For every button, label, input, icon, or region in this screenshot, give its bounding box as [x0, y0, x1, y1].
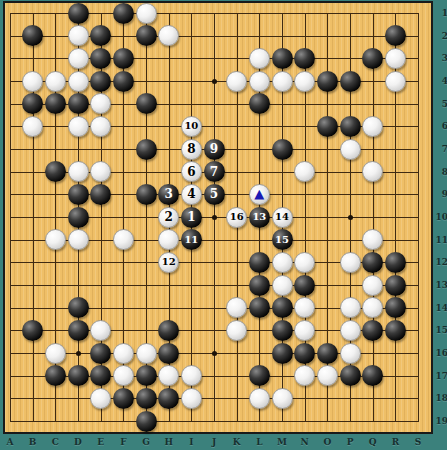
- black-stone[interactable]: [249, 365, 270, 386]
- black-stone[interactable]: [113, 71, 134, 92]
- white-stone[interactable]: [249, 48, 270, 69]
- column-label: L: [249, 437, 269, 447]
- black-stone[interactable]: [272, 297, 293, 318]
- white-stone[interactable]: [226, 297, 247, 318]
- white-stone[interactable]: [158, 229, 179, 250]
- row-label: 11: [432, 235, 447, 245]
- black-stone[interactable]: [385, 252, 406, 273]
- black-stone[interactable]: [362, 48, 383, 69]
- white-stone[interactable]: [226, 71, 247, 92]
- column-label: M: [272, 437, 292, 447]
- white-stone[interactable]: [294, 71, 315, 92]
- white-stone[interactable]: 6: [181, 161, 202, 182]
- white-stone[interactable]: [136, 3, 157, 24]
- row-label: 10: [432, 212, 447, 222]
- white-stone[interactable]: [340, 297, 361, 318]
- white-stone[interactable]: [113, 343, 134, 364]
- black-stone[interactable]: 11: [181, 229, 202, 250]
- black-stone[interactable]: [113, 3, 134, 24]
- move-number-label: 5: [210, 188, 218, 200]
- row-label: 6: [432, 121, 447, 131]
- column-label: F: [113, 437, 133, 447]
- white-stone[interactable]: [362, 275, 383, 296]
- white-stone[interactable]: [272, 71, 293, 92]
- black-stone[interactable]: 15: [272, 229, 293, 250]
- white-stone[interactable]: 8: [181, 139, 202, 160]
- white-stone[interactable]: [90, 116, 111, 137]
- row-label: 7: [432, 144, 447, 154]
- white-stone[interactable]: [317, 365, 338, 386]
- move-number-label: 15: [275, 235, 289, 245]
- black-stone[interactable]: [90, 365, 111, 386]
- black-stone[interactable]: [68, 297, 89, 318]
- white-stone[interactable]: [340, 252, 361, 273]
- black-stone[interactable]: [136, 411, 157, 432]
- white-stone[interactable]: [68, 48, 89, 69]
- white-stone[interactable]: [68, 161, 89, 182]
- white-stone[interactable]: [68, 116, 89, 137]
- black-stone[interactable]: 1: [181, 207, 202, 228]
- row-label: 16: [432, 348, 447, 358]
- white-stone[interactable]: [181, 388, 202, 409]
- black-stone[interactable]: [294, 343, 315, 364]
- black-stone[interactable]: [249, 275, 270, 296]
- move-number-label: 6: [187, 166, 195, 178]
- black-stone[interactable]: [272, 320, 293, 341]
- black-stone[interactable]: [249, 252, 270, 273]
- grid-line: [10, 13, 11, 422]
- black-stone[interactable]: [68, 365, 89, 386]
- star-point: [212, 79, 217, 84]
- row-label: 14: [432, 303, 447, 313]
- row-label: 1: [432, 8, 447, 18]
- black-stone[interactable]: [362, 252, 383, 273]
- star-point: [348, 215, 353, 220]
- black-stone[interactable]: 3: [158, 184, 179, 205]
- white-stone[interactable]: [90, 93, 111, 114]
- black-stone[interactable]: [272, 139, 293, 160]
- move-number-label: 4: [187, 188, 195, 200]
- black-stone[interactable]: [113, 48, 134, 69]
- white-stone[interactable]: 4: [181, 184, 202, 205]
- black-stone[interactable]: [22, 320, 43, 341]
- black-stone[interactable]: [294, 48, 315, 69]
- star-point: [212, 351, 217, 356]
- black-stone[interactable]: [385, 275, 406, 296]
- row-label: 2: [432, 31, 447, 41]
- white-stone[interactable]: 14: [272, 207, 293, 228]
- black-stone[interactable]: [385, 25, 406, 46]
- white-stone[interactable]: [68, 229, 89, 250]
- white-stone[interactable]: [113, 365, 134, 386]
- column-label: C: [45, 437, 65, 447]
- white-stone[interactable]: [385, 71, 406, 92]
- white-stone[interactable]: 10: [181, 116, 202, 137]
- move-number-label: 14: [275, 212, 289, 222]
- white-stone[interactable]: [158, 25, 179, 46]
- grid-line: [373, 13, 374, 422]
- column-label: G: [136, 437, 156, 447]
- black-stone[interactable]: [136, 388, 157, 409]
- move-number-label: 10: [184, 121, 198, 131]
- white-stone[interactable]: [90, 161, 111, 182]
- black-stone[interactable]: 7: [204, 161, 225, 182]
- column-label: J: [204, 437, 224, 447]
- white-stone[interactable]: [45, 229, 66, 250]
- white-stone[interactable]: [249, 71, 270, 92]
- column-label: S: [408, 437, 428, 447]
- column-label: P: [340, 437, 360, 447]
- row-label: 18: [432, 393, 447, 403]
- row-label: 8: [432, 167, 447, 177]
- white-stone[interactable]: [340, 320, 361, 341]
- white-stone[interactable]: [294, 320, 315, 341]
- black-stone[interactable]: [317, 343, 338, 364]
- black-stone[interactable]: [249, 93, 270, 114]
- row-label: 12: [432, 257, 447, 267]
- white-stone[interactable]: [68, 25, 89, 46]
- go-diagram: 108967345▲21161314111512 ABCDEFGHIJKLMNO…: [0, 0, 447, 450]
- black-stone[interactable]: [158, 388, 179, 409]
- column-label: R: [385, 437, 405, 447]
- black-stone[interactable]: [90, 48, 111, 69]
- black-stone[interactable]: 13: [249, 207, 270, 228]
- white-stone[interactable]: [294, 365, 315, 386]
- column-label: O: [317, 437, 337, 447]
- white-stone[interactable]: [22, 71, 43, 92]
- go-board[interactable]: 108967345▲21161314111512: [3, 1, 433, 434]
- black-stone[interactable]: [68, 93, 89, 114]
- white-stone[interactable]: [362, 297, 383, 318]
- triangle-mark-icon: ▲: [254, 187, 264, 200]
- white-stone[interactable]: [249, 388, 270, 409]
- white-stone[interactable]: [362, 116, 383, 137]
- white-stone[interactable]: [113, 229, 134, 250]
- move-number-label: 9: [210, 143, 218, 155]
- white-stone[interactable]: [90, 388, 111, 409]
- black-stone[interactable]: [272, 343, 293, 364]
- black-stone[interactable]: [68, 184, 89, 205]
- column-label: K: [227, 437, 247, 447]
- white-stone[interactable]: [294, 297, 315, 318]
- white-stone[interactable]: [340, 343, 361, 364]
- black-stone[interactable]: [68, 3, 89, 24]
- column-label: E: [91, 437, 111, 447]
- row-label: 3: [432, 53, 447, 63]
- white-stone[interactable]: [294, 252, 315, 273]
- move-number-label: 12: [162, 257, 176, 267]
- column-label: Q: [363, 437, 383, 447]
- black-stone[interactable]: [136, 25, 157, 46]
- move-number-label: 11: [184, 235, 198, 245]
- black-stone[interactable]: [90, 184, 111, 205]
- white-stone[interactable]: [385, 48, 406, 69]
- black-stone[interactable]: [136, 93, 157, 114]
- white-stone[interactable]: [181, 365, 202, 386]
- black-stone[interactable]: [113, 388, 134, 409]
- column-label: A: [0, 437, 20, 447]
- white-stone[interactable]: [294, 161, 315, 182]
- black-stone[interactable]: [158, 343, 179, 364]
- white-stone[interactable]: 12: [158, 252, 179, 273]
- black-stone[interactable]: [294, 275, 315, 296]
- white-stone[interactable]: [45, 71, 66, 92]
- black-stone[interactable]: [385, 320, 406, 341]
- row-label: 19: [432, 416, 447, 426]
- column-label: B: [23, 437, 43, 447]
- white-stone[interactable]: 16: [226, 207, 247, 228]
- black-stone[interactable]: [340, 71, 361, 92]
- black-stone[interactable]: [45, 365, 66, 386]
- white-stone[interactable]: [272, 275, 293, 296]
- row-label: 13: [432, 280, 447, 290]
- black-stone[interactable]: [362, 320, 383, 341]
- black-stone[interactable]: [90, 25, 111, 46]
- row-label: 15: [432, 325, 447, 335]
- black-stone[interactable]: [158, 320, 179, 341]
- white-stone[interactable]: [362, 161, 383, 182]
- black-stone[interactable]: [362, 365, 383, 386]
- black-stone[interactable]: [136, 365, 157, 386]
- black-stone[interactable]: 9: [204, 139, 225, 160]
- row-label: 9: [432, 189, 447, 199]
- column-label: N: [295, 437, 315, 447]
- black-stone[interactable]: [45, 161, 66, 182]
- black-stone[interactable]: 5: [204, 184, 225, 205]
- white-stone[interactable]: [272, 252, 293, 273]
- column-label: H: [159, 437, 179, 447]
- white-stone[interactable]: [340, 139, 361, 160]
- black-stone[interactable]: [317, 116, 338, 137]
- black-stone[interactable]: [249, 297, 270, 318]
- white-stone[interactable]: [272, 388, 293, 409]
- move-number-label: 1: [187, 211, 195, 223]
- star-point: [212, 215, 217, 220]
- white-stone[interactable]: [362, 229, 383, 250]
- white-stone[interactable]: [90, 320, 111, 341]
- grid-line: [418, 13, 419, 422]
- black-stone[interactable]: [340, 116, 361, 137]
- black-stone[interactable]: [90, 343, 111, 364]
- black-stone[interactable]: [385, 297, 406, 318]
- black-stone[interactable]: [272, 48, 293, 69]
- star-point: [76, 351, 81, 356]
- white-stone[interactable]: [158, 365, 179, 386]
- column-label: D: [68, 437, 88, 447]
- black-stone[interactable]: [68, 320, 89, 341]
- black-stone[interactable]: [340, 365, 361, 386]
- move-number-label: 8: [187, 143, 195, 155]
- white-stone[interactable]: [226, 320, 247, 341]
- black-stone[interactable]: [136, 184, 157, 205]
- white-stone[interactable]: [136, 343, 157, 364]
- move-number-label: 13: [252, 212, 266, 222]
- move-number-label: 3: [165, 188, 173, 200]
- black-stone[interactable]: [22, 93, 43, 114]
- white-stone[interactable]: ▲: [249, 184, 270, 205]
- column-label: I: [181, 437, 201, 447]
- white-stone[interactable]: [22, 116, 43, 137]
- black-stone[interactable]: [68, 207, 89, 228]
- black-stone[interactable]: [90, 71, 111, 92]
- move-number-label: 2: [165, 211, 173, 223]
- row-label: 5: [432, 99, 447, 109]
- white-stone[interactable]: [68, 71, 89, 92]
- row-label: 4: [432, 76, 447, 86]
- black-stone[interactable]: [317, 71, 338, 92]
- white-stone[interactable]: 2: [158, 207, 179, 228]
- move-number-label: 7: [210, 166, 218, 178]
- move-number-label: 16: [230, 212, 244, 222]
- black-stone[interactable]: [45, 93, 66, 114]
- row-label: 17: [432, 371, 447, 381]
- black-stone[interactable]: [22, 25, 43, 46]
- black-stone[interactable]: [136, 139, 157, 160]
- white-stone[interactable]: [45, 343, 66, 364]
